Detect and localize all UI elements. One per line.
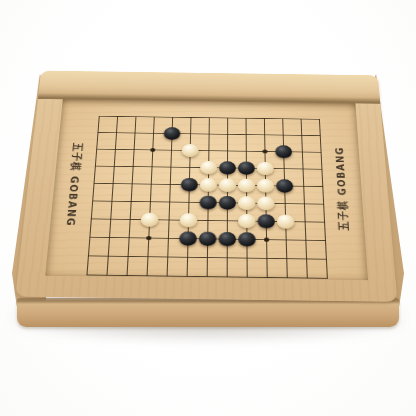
white-stone[interactable]: ○ xyxy=(238,179,255,193)
stone-glyph: ○ xyxy=(200,161,217,174)
black-stone[interactable]: ● xyxy=(164,127,181,140)
star-point xyxy=(146,236,151,240)
stone-glyph: ● xyxy=(218,232,236,247)
stone-glyph: ○ xyxy=(200,178,217,192)
tray-wrapper: 五子棋 GOBANG 五子棋 GOBANG ●○●○●●○●○○○○●●●○○○… xyxy=(27,34,389,325)
black-stone[interactable]: ● xyxy=(257,214,275,228)
stone-glyph: ○ xyxy=(257,196,274,210)
stone-glyph: ○ xyxy=(219,178,236,192)
white-stone[interactable]: ○ xyxy=(277,215,295,229)
board-tray: 五子棋 GOBANG 五子棋 GOBANG ●○●○●●○●○○○○●●●○○○… xyxy=(15,71,397,302)
stone-glyph: ○ xyxy=(257,179,274,193)
stone-glyph: ● xyxy=(164,127,181,140)
scene: 五子棋 GOBANG 五子棋 GOBANG ●○●○●●○●○○○○●●●○○○… xyxy=(0,0,416,416)
stone-glyph: ● xyxy=(199,196,216,210)
white-stone[interactable]: ○ xyxy=(257,196,274,210)
black-stone[interactable]: ● xyxy=(218,232,236,247)
black-stone[interactable]: ● xyxy=(238,232,256,247)
stone-glyph: ○ xyxy=(238,196,255,210)
white-stone[interactable]: ○ xyxy=(238,214,255,228)
black-stone[interactable]: ● xyxy=(181,178,198,192)
white-stone[interactable]: ○ xyxy=(182,144,199,157)
stone-glyph: ● xyxy=(179,231,197,246)
white-stone[interactable]: ○ xyxy=(219,178,236,192)
stone-glyph: ● xyxy=(219,161,236,174)
left-brand-text: 五子棋 GOBANG xyxy=(62,143,84,227)
star-point xyxy=(262,150,267,154)
white-stone[interactable]: ○ xyxy=(257,162,274,175)
white-stone[interactable]: ○ xyxy=(257,179,274,193)
stone-glyph: ● xyxy=(275,145,292,158)
black-stone[interactable]: ● xyxy=(179,231,197,246)
stone-glyph: ○ xyxy=(257,162,274,175)
stone-glyph: ○ xyxy=(238,214,255,228)
stone-glyph: ○ xyxy=(180,213,198,227)
grid[interactable]: ●○●○●●○●○○○○●●●○○○○○●○●●●● xyxy=(86,116,328,279)
stone-glyph: ● xyxy=(276,179,293,193)
white-stone[interactable]: ○ xyxy=(141,213,159,227)
white-stone[interactable]: ○ xyxy=(200,161,217,174)
stone-glyph: ● xyxy=(199,232,217,247)
white-stone[interactable]: ○ xyxy=(180,213,198,227)
black-stone[interactable]: ● xyxy=(219,196,236,210)
star-point xyxy=(150,148,155,152)
board-surface: 五子棋 GOBANG 五子棋 GOBANG ●○●○●●○●○○○○●●●○○○… xyxy=(45,99,368,280)
stone-glyph: ● xyxy=(181,178,198,192)
stone-glyph: ○ xyxy=(277,215,295,229)
black-stone[interactable]: ● xyxy=(219,161,236,174)
stone-glyph: ● xyxy=(238,161,255,174)
stone-glyph: ● xyxy=(238,232,256,247)
stone-glyph: ○ xyxy=(141,213,159,227)
black-stone[interactable]: ● xyxy=(276,179,293,193)
right-brand-text: 五子棋 GOBANG xyxy=(332,146,352,230)
stone-glyph: ○ xyxy=(182,144,199,157)
black-stone[interactable]: ● xyxy=(199,196,216,210)
white-stone[interactable]: ○ xyxy=(200,178,217,192)
white-stone[interactable]: ○ xyxy=(238,196,255,210)
stone-glyph: ● xyxy=(257,214,275,228)
stone-glyph: ● xyxy=(219,196,236,210)
stone-glyph: ○ xyxy=(238,179,255,193)
black-stone[interactable]: ● xyxy=(275,145,292,158)
black-stone[interactable]: ● xyxy=(199,232,217,247)
black-stone[interactable]: ● xyxy=(238,161,255,174)
star-point xyxy=(264,238,269,242)
